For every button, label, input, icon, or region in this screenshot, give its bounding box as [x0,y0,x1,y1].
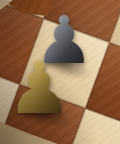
chessboard-photo: ♟ ♟ [0,0,120,144]
gold-pawn-glyph: ♟ [7,52,72,124]
gold-pawn[interactable]: ♟ [10,56,68,124]
